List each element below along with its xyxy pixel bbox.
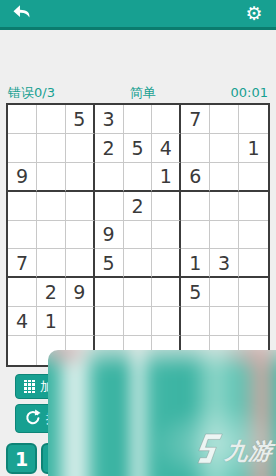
cell-r6c1[interactable]: 7: [8, 249, 37, 278]
cell-r8c3[interactable]: [66, 307, 95, 336]
cell-r6c2[interactable]: [37, 249, 66, 278]
cell-r2c8[interactable]: [210, 134, 239, 163]
app-header: ⚙: [0, 0, 276, 30]
cell-r4c8[interactable]: [210, 192, 239, 221]
back-arrow-icon: [12, 3, 32, 25]
cell-r2c2[interactable]: [37, 134, 66, 163]
cell-r5c9[interactable]: [239, 221, 268, 250]
watermark: 九游: [191, 431, 275, 471]
cell-r6c5[interactable]: [124, 249, 153, 278]
cell-r8c5[interactable]: [124, 307, 153, 336]
cell-r7c5[interactable]: [124, 278, 153, 307]
cell-r2c1[interactable]: [8, 134, 37, 163]
cell-r5c5[interactable]: [124, 221, 153, 250]
cell-r1c1[interactable]: [8, 105, 37, 134]
cell-r8c6[interactable]: [152, 307, 181, 336]
cell-r4c5[interactable]: 2: [124, 192, 153, 221]
cell-r3c4[interactable]: [95, 163, 124, 192]
cell-r2c5[interactable]: 5: [124, 134, 153, 163]
cell-r8c8[interactable]: [210, 307, 239, 336]
cell-r6c4[interactable]: 5: [95, 249, 124, 278]
cell-r7c6[interactable]: [152, 278, 181, 307]
cell-r7c1[interactable]: [8, 278, 37, 307]
cell-r6c3[interactable]: [66, 249, 95, 278]
cell-r5c3[interactable]: [66, 221, 95, 250]
error-counter: 错误0/3: [8, 84, 55, 102]
cell-r7c2[interactable]: 2: [37, 278, 66, 307]
cell-r2c7[interactable]: [181, 134, 210, 163]
cell-r2c3[interactable]: [66, 134, 95, 163]
cell-r4c7[interactable]: [181, 192, 210, 221]
cell-r2c6[interactable]: 4: [152, 134, 181, 163]
settings-button[interactable]: ⚙: [232, 0, 276, 29]
refresh-icon: [24, 409, 41, 429]
cell-r7c4[interactable]: [95, 278, 124, 307]
cell-r5c1[interactable]: [8, 221, 37, 250]
cell-r4c9[interactable]: [239, 192, 268, 221]
cell-r3c7[interactable]: 6: [181, 163, 210, 192]
cell-r4c4[interactable]: [95, 192, 124, 221]
cell-r3c9[interactable]: [239, 163, 268, 192]
back-button[interactable]: [0, 0, 44, 29]
cell-r8c7[interactable]: [181, 307, 210, 336]
gear-icon: ⚙: [245, 4, 262, 23]
cell-r8c9[interactable]: [239, 307, 268, 336]
cell-r3c8[interactable]: [210, 163, 239, 192]
cell-r3c5[interactable]: [124, 163, 153, 192]
cell-r4c2[interactable]: [37, 192, 66, 221]
cell-r2c4[interactable]: 2: [95, 134, 124, 163]
cell-r7c3[interactable]: 9: [66, 278, 95, 307]
cell-r7c8[interactable]: [210, 278, 239, 307]
cell-r3c6[interactable]: 1: [152, 163, 181, 192]
cell-r3c3[interactable]: [66, 163, 95, 192]
cell-r1c4[interactable]: 3: [95, 105, 124, 134]
cell-r1c8[interactable]: [210, 105, 239, 134]
cell-r4c3[interactable]: [66, 192, 95, 221]
sudoku-grid: 537254191629751329541: [6, 103, 270, 367]
keypad-icon: [24, 380, 35, 393]
cell-r8c1[interactable]: 4: [8, 307, 37, 336]
cell-r1c2[interactable]: [37, 105, 66, 134]
watermark-text: 九游: [224, 440, 274, 463]
timer: 00:01: [231, 85, 268, 100]
cell-r1c3[interactable]: 5: [66, 105, 95, 134]
cell-r3c2[interactable]: [37, 163, 66, 192]
cell-r3c1[interactable]: 9: [8, 163, 37, 192]
cell-r6c7[interactable]: 1: [181, 249, 210, 278]
cell-r8c2[interactable]: 1: [37, 307, 66, 336]
status-bar: 错误0/3 简单 00:01: [0, 84, 276, 101]
九游-logo-icon: [191, 431, 225, 471]
cell-r5c4[interactable]: 9: [95, 221, 124, 250]
cell-r7c7[interactable]: 5: [181, 278, 210, 307]
difficulty-label: 简单: [55, 84, 231, 102]
cell-r5c2[interactable]: [37, 221, 66, 250]
cell-r6c9[interactable]: [239, 249, 268, 278]
cell-r5c7[interactable]: [181, 221, 210, 250]
cell-r7c9[interactable]: [239, 278, 268, 307]
cell-r1c7[interactable]: 7: [181, 105, 210, 134]
cell-r1c5[interactable]: [124, 105, 153, 134]
cell-r4c1[interactable]: [8, 192, 37, 221]
cell-r1c6[interactable]: [152, 105, 181, 134]
ad-overlay[interactable]: 九游: [48, 350, 276, 476]
cell-r5c6[interactable]: [152, 221, 181, 250]
numpad-button-1[interactable]: 1: [6, 443, 37, 474]
cell-r6c6[interactable]: [152, 249, 181, 278]
cell-r4c6[interactable]: [152, 192, 181, 221]
cell-r6c8[interactable]: 3: [210, 249, 239, 278]
cell-r1c9[interactable]: [239, 105, 268, 134]
cell-r8c4[interactable]: [95, 307, 124, 336]
cell-r9c1[interactable]: [8, 336, 37, 365]
cell-r5c8[interactable]: [210, 221, 239, 250]
cell-r2c9[interactable]: 1: [239, 134, 268, 163]
